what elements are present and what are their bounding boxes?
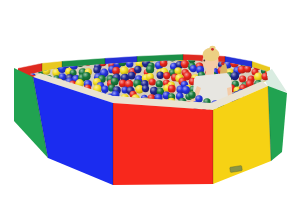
ball-pit-photo <box>0 0 290 218</box>
ball <box>254 72 263 81</box>
ball <box>134 66 141 73</box>
ball <box>174 67 181 74</box>
ball <box>128 72 136 80</box>
ball <box>163 72 170 79</box>
ball <box>149 78 156 85</box>
ball <box>182 86 190 94</box>
ball <box>156 80 163 87</box>
ball <box>190 65 197 72</box>
ball <box>82 72 90 80</box>
ball <box>181 60 189 68</box>
ball <box>120 66 129 75</box>
ball-pit-scene <box>0 0 290 218</box>
ball <box>111 78 119 86</box>
outer-panel-red <box>113 103 213 185</box>
child-eye <box>203 60 205 62</box>
ball <box>231 72 240 81</box>
ball <box>93 66 100 73</box>
ball <box>188 91 195 98</box>
ball <box>146 65 154 73</box>
ball <box>112 67 120 75</box>
ball <box>101 86 108 93</box>
ball <box>157 72 164 79</box>
child-hair-clip <box>211 48 214 51</box>
ball <box>142 85 149 92</box>
ball <box>168 85 176 93</box>
child-pigtail-tie <box>221 62 224 65</box>
